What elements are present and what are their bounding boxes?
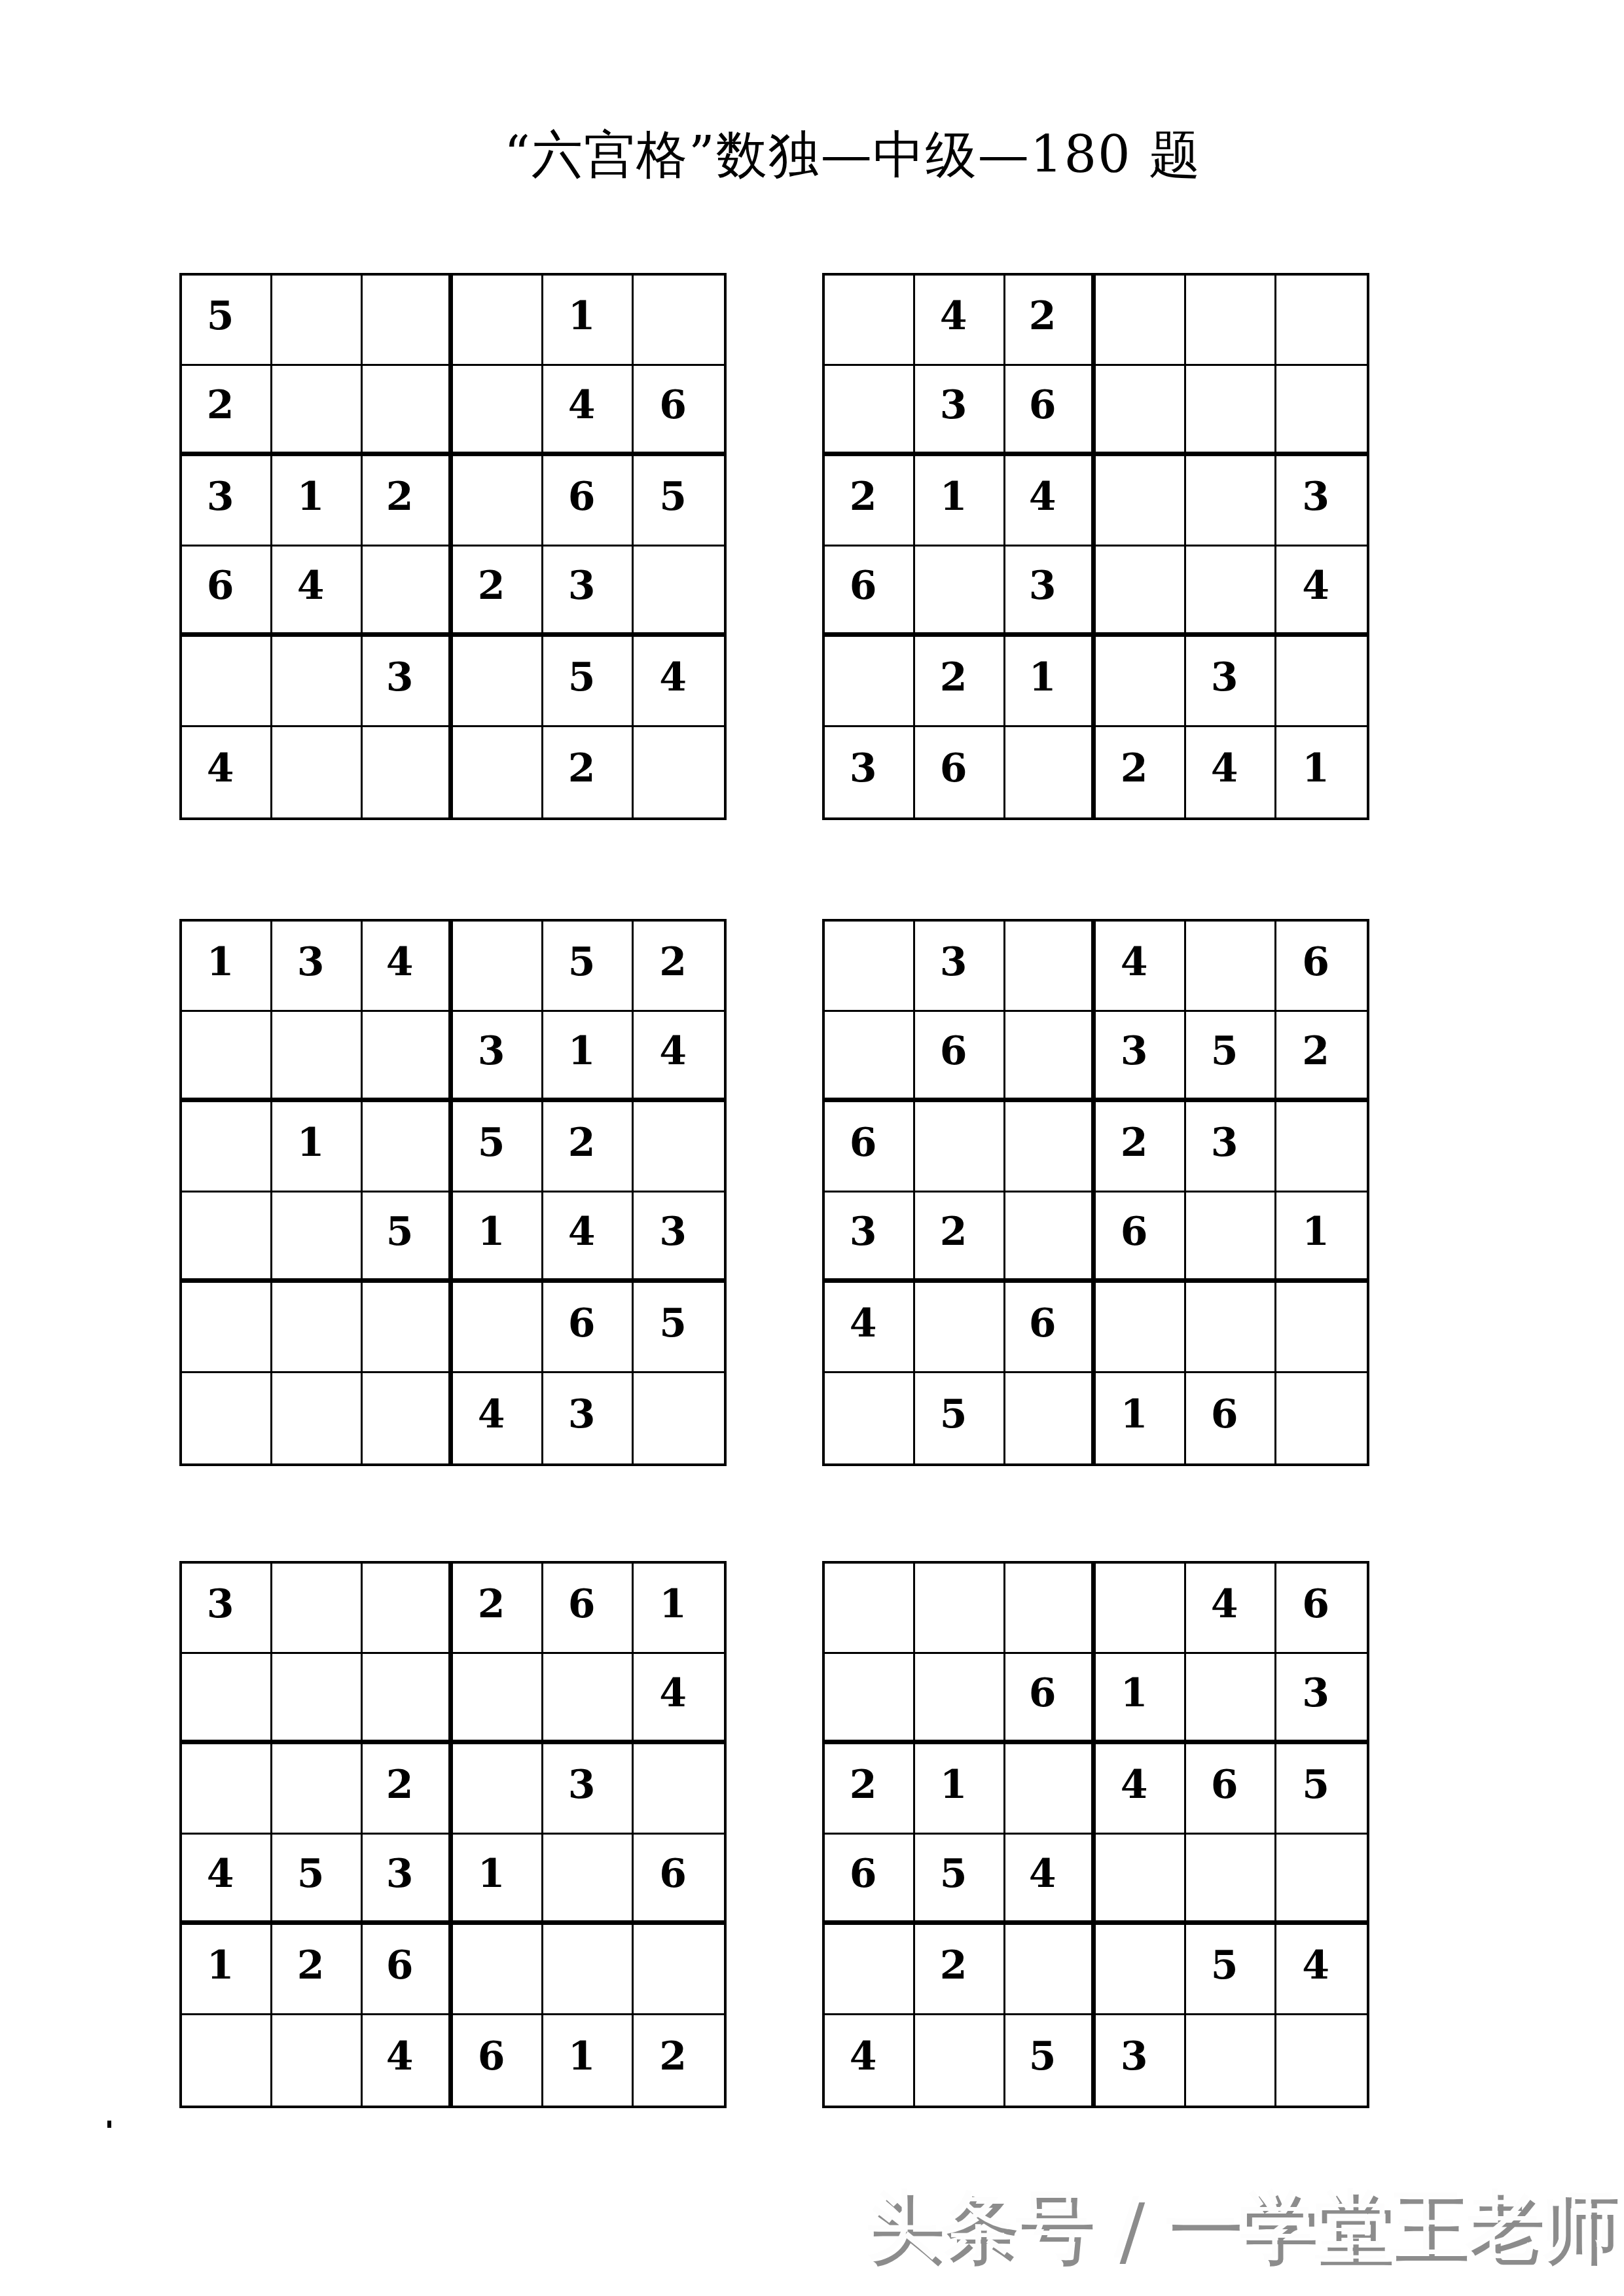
- cell-r2c3: 6: [1005, 366, 1096, 456]
- cell-r2c1: [825, 1654, 915, 1744]
- cell-r2c1: 2: [182, 366, 272, 456]
- cell-r5c3: 6: [1005, 1283, 1096, 1373]
- cell-r3c1: 3: [182, 456, 272, 547]
- cell-r4c4: 6: [1096, 1193, 1186, 1283]
- cell-r6c1: [825, 1373, 915, 1463]
- cell-r3c1: [182, 1102, 272, 1193]
- cell-r4c2: 2: [915, 1193, 1005, 1283]
- cell-r4c5: [1186, 547, 1276, 637]
- cell-r4c5: 4: [543, 1193, 634, 1283]
- cell-r1c5: [1186, 276, 1276, 366]
- cell-r1c1: [825, 276, 915, 366]
- cell-r6c1: 4: [182, 727, 272, 817]
- cell-r5c5: [543, 1925, 634, 2015]
- cell-r2c2: [915, 1654, 1005, 1744]
- cell-r1c2: [272, 1564, 363, 1654]
- cell-r4c3: 5: [363, 1193, 453, 1283]
- cell-r5c5: [1186, 1283, 1276, 1373]
- cell-r3c6: [634, 1744, 724, 1835]
- page-title: “六宫格”数独—中级—180 题: [504, 121, 1201, 190]
- cell-r3c2: 1: [272, 1102, 363, 1193]
- cell-r6c2: 6: [915, 727, 1005, 817]
- cell-r6c6: 2: [634, 2015, 724, 2106]
- cell-r5c6: 4: [1276, 1925, 1367, 2015]
- cell-r5c3: [1005, 1925, 1096, 2015]
- cell-r1c4: [453, 922, 543, 1012]
- cell-r1c5: 5: [543, 922, 634, 1012]
- cell-r5c1: [825, 637, 915, 727]
- cell-r1c3: 4: [363, 922, 453, 1012]
- cell-r6c3: [1005, 1373, 1096, 1463]
- cell-r4c4: 1: [453, 1193, 543, 1283]
- cell-r2c1: [825, 366, 915, 456]
- cell-r4c3: 4: [1005, 1835, 1096, 1925]
- cell-r4c3: 3: [363, 1835, 453, 1925]
- cell-r6c3: [363, 727, 453, 817]
- cell-r4c1: 6: [182, 547, 272, 637]
- cell-r2c6: 3: [1276, 1654, 1367, 1744]
- cell-r3c6: [1276, 1102, 1367, 1193]
- cell-r1c2: 3: [915, 922, 1005, 1012]
- cell-r6c4: 1: [1096, 1373, 1186, 1463]
- cell-r2c4: [453, 1654, 543, 1744]
- cell-r1c1: 5: [182, 276, 272, 366]
- cell-r1c2: [272, 276, 363, 366]
- cell-r3c1: [182, 1744, 272, 1835]
- cell-r5c4: [453, 1283, 543, 1373]
- cell-r1c6: 2: [634, 922, 724, 1012]
- cell-r3c3: [1005, 1744, 1096, 1835]
- cell-r1c6: [634, 276, 724, 366]
- cell-r1c3: 2: [1005, 276, 1096, 366]
- cell-r4c6: 3: [634, 1193, 724, 1283]
- cell-r5c2: [272, 637, 363, 727]
- cell-r5c6: [1276, 1283, 1367, 1373]
- cell-r1c3: [363, 1564, 453, 1654]
- cell-r1c5: 6: [543, 1564, 634, 1654]
- cell-r6c4: 3: [1096, 2015, 1186, 2106]
- cell-r5c1: [182, 1283, 272, 1373]
- cell-r2c5: [1186, 1654, 1276, 1744]
- cell-r3c5: [1186, 456, 1276, 547]
- cell-r1c4: 2: [453, 1564, 543, 1654]
- cell-r3c4: [453, 1744, 543, 1835]
- cell-r5c3: 3: [363, 637, 453, 727]
- cell-r1c1: [825, 1564, 915, 1654]
- cell-r6c5: 6: [1186, 1373, 1276, 1463]
- cell-r5c4: [1096, 1925, 1186, 2015]
- cell-r3c1: 2: [825, 456, 915, 547]
- cell-r1c3: [363, 276, 453, 366]
- cell-r6c6: [634, 727, 724, 817]
- cell-r5c3: [363, 1283, 453, 1373]
- cell-r6c5: 3: [543, 1373, 634, 1463]
- cell-r2c6: 4: [634, 1654, 724, 1744]
- sudoku-grid-2: 4236214363421336241: [822, 273, 1369, 820]
- cell-r6c6: [1276, 2015, 1367, 2106]
- cell-r2c5: 4: [543, 366, 634, 456]
- cell-r2c5: 5: [1186, 1012, 1276, 1102]
- cell-r5c1: 1: [182, 1925, 272, 2015]
- cell-r4c2: 5: [915, 1835, 1005, 1925]
- cell-r4c3: 3: [1005, 547, 1096, 637]
- cell-r6c1: [182, 1373, 272, 1463]
- watermark: 头条号 / 一学堂王老师: [864, 2185, 1615, 2263]
- cell-r4c1: 4: [182, 1835, 272, 1925]
- cell-r2c1: [825, 1012, 915, 1102]
- cell-r2c4: 3: [453, 1012, 543, 1102]
- cell-r5c6: [1276, 637, 1367, 727]
- cell-r2c4: 1: [1096, 1654, 1186, 1744]
- cell-r1c6: 6: [1276, 1564, 1367, 1654]
- cell-r4c4: [1096, 547, 1186, 637]
- cell-r5c5: 5: [543, 637, 634, 727]
- cell-r3c3: 2: [363, 1744, 453, 1835]
- cell-r2c5: [543, 1654, 634, 1744]
- cell-r2c6: 4: [634, 1012, 724, 1102]
- cell-r3c2: 1: [272, 456, 363, 547]
- cell-r1c1: [825, 922, 915, 1012]
- cell-r4c4: 1: [453, 1835, 543, 1925]
- cell-r2c2: [272, 1012, 363, 1102]
- cell-r6c6: [634, 1373, 724, 1463]
- cell-r5c2: 2: [272, 1925, 363, 2015]
- cell-r5c3: 1: [1005, 637, 1096, 727]
- cell-r4c2: [272, 1193, 363, 1283]
- cell-r5c2: 2: [915, 637, 1005, 727]
- cell-r2c2: 6: [915, 1012, 1005, 1102]
- cell-r2c6: 6: [634, 366, 724, 456]
- cell-r4c3: [363, 547, 453, 637]
- cell-r2c1: [182, 1654, 272, 1744]
- cell-r5c6: [634, 1925, 724, 2015]
- cell-r6c2: [272, 727, 363, 817]
- cell-r3c4: 4: [1096, 1744, 1186, 1835]
- cell-r6c5: 4: [1186, 727, 1276, 817]
- cell-r2c1: [182, 1012, 272, 1102]
- cell-r5c1: [182, 637, 272, 727]
- cell-r1c6: 6: [1276, 922, 1367, 1012]
- cell-r3c3: 2: [363, 456, 453, 547]
- cell-r5c6: 5: [634, 1283, 724, 1373]
- cell-r2c5: 1: [543, 1012, 634, 1102]
- cell-r1c2: 3: [272, 922, 363, 1012]
- cell-r2c2: 3: [915, 366, 1005, 456]
- cell-r3c2: [272, 1744, 363, 1835]
- cell-r6c4: 6: [453, 2015, 543, 2106]
- cell-r5c5: 5: [1186, 1925, 1276, 2015]
- cell-r2c6: [1276, 366, 1367, 456]
- cell-r6c1: 3: [825, 727, 915, 817]
- cell-r3c1: 2: [825, 1744, 915, 1835]
- sudoku-grid-3: 1345231415251436543: [179, 919, 727, 1466]
- cell-r4c6: 6: [634, 1835, 724, 1925]
- cell-r4c5: [543, 1835, 634, 1925]
- cell-r6c1: [182, 2015, 272, 2106]
- cell-r6c5: 1: [543, 2015, 634, 2106]
- cell-r6c3: [1005, 727, 1096, 817]
- sudoku-grid-4: 3466352623326146516: [822, 919, 1369, 1466]
- cell-r4c2: 5: [272, 1835, 363, 1925]
- cell-r3c2: 1: [915, 456, 1005, 547]
- cell-r1c3: [1005, 922, 1096, 1012]
- cell-r4c1: [182, 1193, 272, 1283]
- cell-r6c5: 2: [543, 727, 634, 817]
- cell-r3c5: 6: [543, 456, 634, 547]
- puzzle-sheet: “六宫格”数独—中级—180 题 5124631265642335442 423…: [0, 0, 1624, 2296]
- cell-r3c5: 3: [543, 1744, 634, 1835]
- cell-r3c6: 5: [634, 456, 724, 547]
- sudoku-grid-6: 4661321465654254453: [822, 1561, 1369, 2108]
- cell-r4c5: [1186, 1835, 1276, 1925]
- cell-r5c6: 4: [634, 637, 724, 727]
- cell-r1c6: 1: [634, 1564, 724, 1654]
- cell-r6c4: [453, 727, 543, 817]
- sudoku-grid-1: 5124631265642335442: [179, 273, 727, 820]
- cell-r1c4: [1096, 276, 1186, 366]
- cell-r5c5: 3: [1186, 637, 1276, 727]
- cell-r3c3: 4: [1005, 456, 1096, 547]
- cell-r2c4: 3: [1096, 1012, 1186, 1102]
- cell-r3c2: [915, 1102, 1005, 1193]
- cell-r2c3: [363, 1654, 453, 1744]
- cell-r5c2: [272, 1283, 363, 1373]
- cell-r5c2: [915, 1283, 1005, 1373]
- cell-r4c1: 3: [825, 1193, 915, 1283]
- cell-r6c3: [363, 1373, 453, 1463]
- cell-r4c5: [1186, 1193, 1276, 1283]
- cell-r3c6: [634, 1102, 724, 1193]
- cell-r4c2: 4: [272, 547, 363, 637]
- cell-r1c1: 1: [182, 922, 272, 1012]
- cell-r3c4: [453, 456, 543, 547]
- cell-r5c1: [825, 1925, 915, 2015]
- cell-r2c3: [363, 366, 453, 456]
- cell-r6c3: 4: [363, 2015, 453, 2106]
- cell-r3c6: 5: [1276, 1744, 1367, 1835]
- cell-r6c6: [1276, 1373, 1367, 1463]
- cell-r2c4: [453, 366, 543, 456]
- cell-r5c4: [453, 1925, 543, 2015]
- cell-r5c4: [1096, 637, 1186, 727]
- cell-r4c6: 4: [1276, 547, 1367, 637]
- sudoku-grid-5: 3261423453161264612: [179, 1561, 727, 2108]
- cell-r2c3: 6: [1005, 1654, 1096, 1744]
- cell-r5c1: 4: [825, 1283, 915, 1373]
- cell-r4c4: 2: [453, 547, 543, 637]
- cell-r6c2: [272, 1373, 363, 1463]
- cell-r5c5: 6: [543, 1283, 634, 1373]
- cell-r4c2: [915, 547, 1005, 637]
- cell-r1c5: 1: [543, 276, 634, 366]
- cell-r1c5: [1186, 922, 1276, 1012]
- cell-r3c5: 2: [543, 1102, 634, 1193]
- cell-r3c4: [1096, 456, 1186, 547]
- cell-r4c6: [1276, 1835, 1367, 1925]
- cell-r6c2: [272, 2015, 363, 2106]
- cell-r2c6: 2: [1276, 1012, 1367, 1102]
- cell-r5c4: [453, 637, 543, 727]
- cell-r3c3: [1005, 1102, 1096, 1193]
- cell-r1c1: 3: [182, 1564, 272, 1654]
- cell-r6c2: 5: [915, 1373, 1005, 1463]
- cell-r1c4: [1096, 1564, 1186, 1654]
- cell-r4c1: 6: [825, 1835, 915, 1925]
- cell-r6c6: 1: [1276, 727, 1367, 817]
- cell-r2c2: [272, 366, 363, 456]
- cell-r3c6: 3: [1276, 456, 1367, 547]
- cell-r3c5: 6: [1186, 1744, 1276, 1835]
- cell-r6c4: 2: [1096, 727, 1186, 817]
- cell-r2c2: [272, 1654, 363, 1744]
- cell-r6c2: [915, 2015, 1005, 2106]
- cell-r5c2: 2: [915, 1925, 1005, 2015]
- cell-r2c3: [363, 1012, 453, 1102]
- cell-r4c3: [1005, 1193, 1096, 1283]
- cell-r2c5: [1186, 366, 1276, 456]
- cell-r3c5: 3: [1186, 1102, 1276, 1193]
- cell-r4c6: 1: [1276, 1193, 1367, 1283]
- cell-r6c3: 5: [1005, 2015, 1096, 2106]
- cell-r2c4: [1096, 366, 1186, 456]
- cell-r3c1: 6: [825, 1102, 915, 1193]
- cell-r1c5: 4: [1186, 1564, 1276, 1654]
- cell-r6c4: 4: [453, 1373, 543, 1463]
- cell-r3c4: 2: [1096, 1102, 1186, 1193]
- cell-r1c3: [1005, 1564, 1096, 1654]
- cell-r4c1: 6: [825, 547, 915, 637]
- cell-r2c3: [1005, 1012, 1096, 1102]
- cell-r1c2: [915, 1564, 1005, 1654]
- cell-r3c4: 5: [453, 1102, 543, 1193]
- stray-ink-mark: [107, 2121, 111, 2128]
- cell-r5c4: [1096, 1283, 1186, 1373]
- cell-r1c6: [1276, 276, 1367, 366]
- cell-r1c2: 4: [915, 276, 1005, 366]
- cell-r1c4: [453, 276, 543, 366]
- cell-r4c4: [1096, 1835, 1186, 1925]
- cell-r3c2: 1: [915, 1744, 1005, 1835]
- cell-r4c6: [634, 547, 724, 637]
- cell-r5c3: 6: [363, 1925, 453, 2015]
- cell-r6c5: [1186, 2015, 1276, 2106]
- cell-r1c4: 4: [1096, 922, 1186, 1012]
- cell-r3c3: [363, 1102, 453, 1193]
- cell-r4c5: 3: [543, 547, 634, 637]
- cell-r6c1: 4: [825, 2015, 915, 2106]
